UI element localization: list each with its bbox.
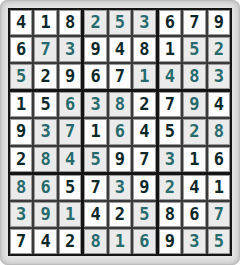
sudoku-cell-r9c6[interactable]: 6 bbox=[133, 229, 155, 254]
sudoku-cell-r8c6[interactable]: 5 bbox=[133, 202, 155, 227]
sudoku-cell-r8c2[interactable]: 9 bbox=[34, 202, 56, 227]
sudoku-cell-r5c9[interactable]: 8 bbox=[208, 119, 230, 144]
sudoku-cell-r4c1[interactable]: 1 bbox=[10, 92, 32, 117]
sudoku-cell-r4c5[interactable]: 8 bbox=[109, 92, 131, 117]
sudoku-cell-r5c8[interactable]: 2 bbox=[183, 119, 205, 144]
sudoku-box-1: 418673529 bbox=[10, 10, 81, 89]
sudoku-cell-r5c1[interactable]: 9 bbox=[10, 119, 32, 144]
sudoku-cell-r8c5[interactable]: 2 bbox=[109, 202, 131, 227]
sudoku-cell-r3c4[interactable]: 6 bbox=[84, 64, 106, 89]
sudoku-cell-r6c4[interactable]: 5 bbox=[84, 147, 106, 172]
sudoku-cell-r4c3[interactable]: 6 bbox=[59, 92, 81, 117]
sudoku-cell-r3c6[interactable]: 1 bbox=[133, 64, 155, 89]
sudoku-cell-r3c3[interactable]: 9 bbox=[59, 64, 81, 89]
sudoku-cell-r2c1[interactable]: 6 bbox=[10, 37, 32, 62]
sudoku-cell-r2c5[interactable]: 4 bbox=[109, 37, 131, 62]
sudoku-cell-r4c7[interactable]: 7 bbox=[159, 92, 181, 117]
sudoku-cell-r6c5[interactable]: 9 bbox=[109, 147, 131, 172]
sudoku-cell-r5c4[interactable]: 1 bbox=[84, 119, 106, 144]
sudoku-cell-r7c6[interactable]: 9 bbox=[133, 175, 155, 200]
sudoku-cell-r2c8[interactable]: 5 bbox=[183, 37, 205, 62]
sudoku-cell-r8c3[interactable]: 1 bbox=[59, 202, 81, 227]
sudoku-cell-r7c9[interactable]: 1 bbox=[208, 175, 230, 200]
sudoku-cell-r8c4[interactable]: 4 bbox=[84, 202, 106, 227]
sudoku-cell-r5c2[interactable]: 3 bbox=[34, 119, 56, 144]
sudoku-cell-r9c4[interactable]: 8 bbox=[84, 229, 106, 254]
sudoku-box-7: 865391742 bbox=[10, 175, 81, 254]
sudoku-cell-r7c2[interactable]: 6 bbox=[34, 175, 56, 200]
sudoku-cell-r3c9[interactable]: 3 bbox=[208, 64, 230, 89]
sudoku-cell-r5c7[interactable]: 5 bbox=[159, 119, 181, 144]
sudoku-cell-r6c8[interactable]: 1 bbox=[183, 147, 205, 172]
sudoku-cell-r1c3[interactable]: 8 bbox=[59, 10, 81, 35]
sudoku-cell-r3c1[interactable]: 5 bbox=[10, 64, 32, 89]
sudoku-cell-r7c4[interactable]: 7 bbox=[84, 175, 106, 200]
sudoku-cell-r7c7[interactable]: 2 bbox=[159, 175, 181, 200]
sudoku-cell-r9c7[interactable]: 9 bbox=[159, 229, 181, 254]
sudoku-cell-r4c4[interactable]: 3 bbox=[84, 92, 106, 117]
sudoku-cell-r2c3[interactable]: 3 bbox=[59, 37, 81, 62]
sudoku-cell-r4c6[interactable]: 2 bbox=[133, 92, 155, 117]
sudoku-cell-r7c3[interactable]: 5 bbox=[59, 175, 81, 200]
sudoku-box-4: 156937284 bbox=[10, 92, 81, 171]
sudoku-cell-r9c5[interactable]: 1 bbox=[109, 229, 131, 254]
sudoku-cell-r4c9[interactable]: 4 bbox=[208, 92, 230, 117]
sudoku-cell-r6c1[interactable]: 2 bbox=[10, 147, 32, 172]
sudoku-box-2: 253948671 bbox=[84, 10, 155, 89]
sudoku-cell-r9c1[interactable]: 7 bbox=[10, 229, 32, 254]
sudoku-cell-r6c3[interactable]: 4 bbox=[59, 147, 81, 172]
sudoku-cell-r1c8[interactable]: 7 bbox=[183, 10, 205, 35]
sudoku-cell-r8c8[interactable]: 6 bbox=[183, 202, 205, 227]
sudoku-cell-r1c6[interactable]: 3 bbox=[133, 10, 155, 35]
sudoku-box-8: 739425816 bbox=[84, 175, 155, 254]
sudoku-cell-r3c8[interactable]: 8 bbox=[183, 64, 205, 89]
sudoku-cell-r1c7[interactable]: 6 bbox=[159, 10, 181, 35]
sudoku-cell-r5c3[interactable]: 7 bbox=[59, 119, 81, 144]
sudoku-cell-r7c5[interactable]: 3 bbox=[109, 175, 131, 200]
sudoku-cell-r2c6[interactable]: 8 bbox=[133, 37, 155, 62]
sudoku-cell-r8c9[interactable]: 7 bbox=[208, 202, 230, 227]
sudoku-cell-r9c8[interactable]: 3 bbox=[183, 229, 205, 254]
sudoku-box-6: 794528316 bbox=[159, 92, 230, 171]
sudoku-cell-r6c7[interactable]: 3 bbox=[159, 147, 181, 172]
sudoku-cell-r1c1[interactable]: 4 bbox=[10, 10, 32, 35]
sudoku-box-3: 679152483 bbox=[159, 10, 230, 89]
sudoku-cell-r1c4[interactable]: 2 bbox=[84, 10, 106, 35]
sudoku-cell-r9c2[interactable]: 4 bbox=[34, 229, 56, 254]
sudoku-cell-r3c5[interactable]: 7 bbox=[109, 64, 131, 89]
sudoku-screen: 4186735292539486716791524831569372843821… bbox=[0, 0, 240, 265]
sudoku-cell-r1c5[interactable]: 5 bbox=[109, 10, 131, 35]
sudoku-cell-r2c9[interactable]: 2 bbox=[208, 37, 230, 62]
sudoku-cell-r3c7[interactable]: 4 bbox=[159, 64, 181, 89]
sudoku-cell-r1c2[interactable]: 1 bbox=[34, 10, 56, 35]
sudoku-cell-r6c9[interactable]: 6 bbox=[208, 147, 230, 172]
sudoku-cell-r5c5[interactable]: 6 bbox=[109, 119, 131, 144]
sudoku-cell-r9c9[interactable]: 5 bbox=[208, 229, 230, 254]
sudoku-cell-r1c9[interactable]: 9 bbox=[208, 10, 230, 35]
sudoku-box-9: 241867935 bbox=[159, 175, 230, 254]
sudoku-cell-r5c6[interactable]: 4 bbox=[133, 119, 155, 144]
sudoku-cell-r2c2[interactable]: 7 bbox=[34, 37, 56, 62]
sudoku-cell-r7c1[interactable]: 8 bbox=[10, 175, 32, 200]
sudoku-cell-r4c2[interactable]: 5 bbox=[34, 92, 56, 117]
sudoku-cell-r9c3[interactable]: 2 bbox=[59, 229, 81, 254]
sudoku-cell-r2c4[interactable]: 9 bbox=[84, 37, 106, 62]
sudoku-cell-r8c7[interactable]: 8 bbox=[159, 202, 181, 227]
sudoku-cell-r3c2[interactable]: 2 bbox=[34, 64, 56, 89]
sudoku-cell-r7c8[interactable]: 4 bbox=[183, 175, 205, 200]
sudoku-cell-r6c6[interactable]: 7 bbox=[133, 147, 155, 172]
sudoku-cell-r6c2[interactable]: 8 bbox=[34, 147, 56, 172]
sudoku-board: 4186735292539486716791524831569372843821… bbox=[8, 8, 232, 256]
sudoku-cell-r4c8[interactable]: 9 bbox=[183, 92, 205, 117]
sudoku-cell-r8c1[interactable]: 3 bbox=[10, 202, 32, 227]
sudoku-cell-r2c7[interactable]: 1 bbox=[159, 37, 181, 62]
sudoku-box-5: 382164597 bbox=[84, 92, 155, 171]
